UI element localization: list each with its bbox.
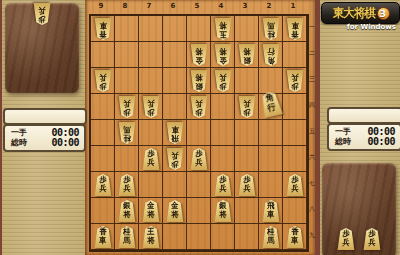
board-cell[interactable] bbox=[211, 94, 235, 120]
board-cell[interactable] bbox=[235, 120, 259, 146]
shogi-piece[interactable]: 王将 bbox=[139, 224, 163, 250]
rank-label: 二 bbox=[309, 40, 315, 66]
shogi-piece[interactable]: 歩兵 bbox=[235, 172, 259, 198]
shogi-board-grid: 香車玉将桂馬香車金将金将銀将角行歩兵銀将歩兵歩兵歩兵歩兵歩兵歩兵桂馬飛車歩兵角行… bbox=[89, 14, 309, 252]
board-cell[interactable] bbox=[115, 146, 139, 172]
board-cell[interactable] bbox=[91, 42, 115, 68]
shogi-piece[interactable]: 歩兵 bbox=[211, 68, 235, 94]
gote-total-time-value: 00:00 bbox=[27, 138, 79, 148]
board-cell[interactable] bbox=[139, 68, 163, 94]
shogi-piece[interactable]: 歩兵 bbox=[283, 68, 307, 94]
board-cell[interactable] bbox=[211, 120, 235, 146]
shogi-piece[interactable]: 歩兵 bbox=[115, 94, 139, 120]
shogi-piece[interactable]: 歩兵 bbox=[91, 172, 115, 198]
board-cell[interactable] bbox=[283, 120, 307, 146]
board-cell[interactable] bbox=[283, 42, 307, 68]
file-label: 3 bbox=[233, 1, 257, 11]
sente-clock: 一手 00:00 総時 00:00 bbox=[327, 123, 400, 151]
gote-piece-stand: 歩兵 bbox=[5, 3, 79, 93]
board-cell[interactable] bbox=[235, 146, 259, 172]
board-cell[interactable] bbox=[187, 198, 211, 224]
board-cell[interactable] bbox=[187, 224, 211, 250]
sente-move-time-label: 一手 bbox=[335, 127, 351, 137]
rank-label: 五 bbox=[309, 118, 315, 144]
board-cell[interactable] bbox=[235, 68, 259, 94]
shogi-piece[interactable]: 銀将 bbox=[211, 198, 235, 224]
app-logo-version-badge: 3 bbox=[377, 7, 390, 20]
board-cell[interactable] bbox=[163, 94, 187, 120]
board-cell[interactable] bbox=[115, 42, 139, 68]
board-cell[interactable] bbox=[259, 146, 283, 172]
rank-label: 一 bbox=[309, 14, 315, 40]
file-coordinate-labels: 987654321 bbox=[89, 1, 305, 11]
board-cell[interactable] bbox=[235, 16, 259, 42]
file-label: 2 bbox=[257, 1, 281, 11]
gote-move-time-label: 一手 bbox=[11, 128, 27, 138]
board-cell[interactable] bbox=[91, 198, 115, 224]
shogi-piece[interactable]: 香車 bbox=[91, 16, 115, 42]
shogi-piece[interactable]: 歩兵 bbox=[139, 94, 163, 120]
shogi-piece[interactable]: 角行 bbox=[259, 42, 283, 68]
shogi-piece[interactable]: 銀将 bbox=[235, 42, 259, 68]
board-cell[interactable] bbox=[91, 120, 115, 146]
shogi-piece[interactable]: 玉将 bbox=[211, 16, 235, 42]
board-cell[interactable] bbox=[211, 224, 235, 250]
board-cell[interactable] bbox=[235, 224, 259, 250]
shogi-app-window: 987654321 一二三四五六七八九 香車玉将桂馬香車金将金将銀将角行歩兵銀将… bbox=[0, 0, 400, 255]
sente-total-time-label: 総時 bbox=[335, 137, 351, 147]
rank-label: 七 bbox=[309, 170, 315, 196]
gote-hand-tray: 歩兵 bbox=[5, 1, 79, 27]
shogi-piece[interactable]: 銀将 bbox=[115, 198, 139, 224]
shogi-piece[interactable]: 金将 bbox=[139, 198, 163, 224]
file-label: 1 bbox=[281, 1, 305, 11]
shogi-piece[interactable]: 桂馬 bbox=[259, 224, 283, 250]
sente-name-plate bbox=[327, 107, 400, 124]
board-cell[interactable] bbox=[139, 16, 163, 42]
board-cell[interactable] bbox=[187, 120, 211, 146]
shogi-piece[interactable]: 歩兵 bbox=[334, 226, 358, 252]
shogi-piece[interactable]: 歩兵 bbox=[211, 172, 235, 198]
board-cell[interactable] bbox=[187, 16, 211, 42]
shogi-piece[interactable]: 歩兵 bbox=[91, 68, 115, 94]
file-label: 9 bbox=[89, 1, 113, 11]
board-cell[interactable] bbox=[91, 94, 115, 120]
sente-hand-tray: 歩兵歩兵 bbox=[322, 226, 396, 252]
shogi-piece[interactable]: 香車 bbox=[283, 224, 307, 250]
app-logo: 東大将棋 3 bbox=[321, 2, 400, 24]
shogi-piece[interactable]: 銀将 bbox=[187, 68, 211, 94]
shogi-piece[interactable]: 歩兵 bbox=[30, 1, 54, 27]
shogi-piece[interactable]: 金将 bbox=[211, 42, 235, 68]
shogi-piece[interactable]: 飛車 bbox=[259, 198, 283, 224]
shogi-piece[interactable]: 桂馬 bbox=[115, 120, 139, 146]
shogi-piece[interactable]: 金将 bbox=[163, 198, 187, 224]
shogi-piece[interactable]: 桂馬 bbox=[259, 16, 283, 42]
rank-label: 三 bbox=[309, 66, 315, 92]
board-cell[interactable] bbox=[283, 94, 307, 120]
file-label: 6 bbox=[161, 1, 185, 11]
board-cell[interactable] bbox=[283, 146, 307, 172]
file-label: 7 bbox=[137, 1, 161, 11]
shogi-piece[interactable]: 桂馬 bbox=[115, 224, 139, 250]
gote-total-time-label: 総時 bbox=[11, 138, 27, 148]
gote-clock: 一手 00:00 総時 00:00 bbox=[3, 124, 86, 152]
board-cell[interactable] bbox=[259, 120, 283, 146]
board-cell[interactable] bbox=[139, 120, 163, 146]
rank-label: 八 bbox=[309, 196, 315, 222]
board-cell[interactable] bbox=[115, 16, 139, 42]
board-cell[interactable] bbox=[283, 198, 307, 224]
board-cell[interactable] bbox=[235, 198, 259, 224]
shogi-piece[interactable]: 歩兵 bbox=[187, 94, 211, 120]
shogi-piece[interactable]: 歩兵 bbox=[360, 226, 384, 252]
file-label: 8 bbox=[113, 1, 137, 11]
app-logo-title: 東大将棋 bbox=[333, 5, 375, 22]
board-cell[interactable] bbox=[139, 172, 163, 198]
gote-name-plate bbox=[3, 108, 87, 125]
rank-label: 四 bbox=[309, 92, 315, 118]
board-cell[interactable] bbox=[163, 224, 187, 250]
board-cell[interactable] bbox=[163, 16, 187, 42]
app-logo-subtitle: for Windows bbox=[321, 23, 398, 31]
shogi-piece[interactable]: 飛車 bbox=[163, 120, 187, 146]
shogi-piece[interactable]: 金将 bbox=[187, 42, 211, 68]
rank-coordinate-labels: 一二三四五六七八九 bbox=[309, 14, 315, 248]
sente-piece-stand: 歩兵歩兵 bbox=[322, 163, 396, 255]
board-cell[interactable] bbox=[259, 172, 283, 198]
shogi-piece[interactable]: 香車 bbox=[91, 224, 115, 250]
shogi-piece[interactable]: 歩兵 bbox=[187, 146, 211, 172]
board-cell[interactable] bbox=[163, 42, 187, 68]
board-cell[interactable] bbox=[187, 172, 211, 198]
shogi-board: 987654321 一二三四五六七八九 香車玉将桂馬香車金将金将銀将角行歩兵銀将… bbox=[85, 0, 315, 255]
board-cell[interactable] bbox=[91, 146, 115, 172]
board-cell[interactable] bbox=[163, 68, 187, 94]
board-cell[interactable] bbox=[115, 68, 139, 94]
file-label: 5 bbox=[185, 1, 209, 11]
board-cell[interactable] bbox=[139, 42, 163, 68]
file-label: 4 bbox=[209, 1, 233, 11]
shogi-piece[interactable]: 歩兵 bbox=[115, 172, 139, 198]
sente-total-time-value: 00:00 bbox=[351, 137, 395, 147]
board-cell[interactable] bbox=[163, 172, 187, 198]
rank-label: 六 bbox=[309, 144, 315, 170]
shogi-piece[interactable]: 歩兵 bbox=[163, 146, 187, 172]
shogi-piece[interactable]: 歩兵 bbox=[139, 146, 163, 172]
board-cell[interactable] bbox=[211, 146, 235, 172]
shogi-piece[interactable]: 歩兵 bbox=[283, 172, 307, 198]
rank-label: 九 bbox=[309, 222, 315, 248]
shogi-piece[interactable]: 香車 bbox=[283, 16, 307, 42]
